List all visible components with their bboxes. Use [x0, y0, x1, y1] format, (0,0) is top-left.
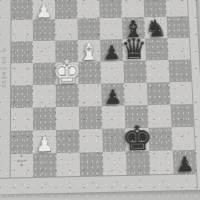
black-queen-f6: ♛ [121, 35, 148, 64]
black-pawn-e4: ♟ [104, 87, 122, 107]
pieces-layer: ♟♝♚♟♟♝♞♛♟♚♟ [0, 0, 200, 193]
white-pawn-b2: ♟ [36, 134, 54, 155]
white-king-c5: ♚ [52, 55, 82, 88]
black-knight-g7: ♞ [145, 17, 168, 41]
chess-photo-scene: © US CHESS abcdefgh ◆◆◆◆◆ ♟♝♚♟♟♝♞♛♟♚♟ [0, 0, 200, 200]
black-king-f2: ♚ [121, 121, 153, 156]
white-pawn-b8: ♟ [35, 2, 52, 21]
chess-board: © US CHESS abcdefgh ◆◆◆◆◆ ♟♝♚♟♟♝♞♛♟♚♟ [0, 0, 200, 193]
black-pawn-h1: ♟ [175, 154, 194, 175]
black-pawn-e6: ♟ [103, 43, 121, 62]
